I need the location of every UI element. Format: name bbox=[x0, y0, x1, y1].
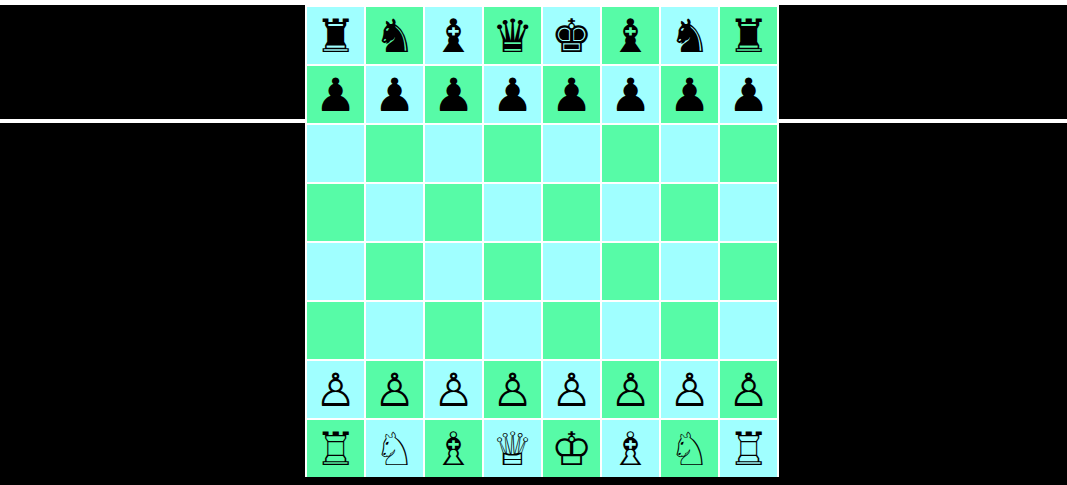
square-b8[interactable]: ♞ bbox=[366, 7, 423, 64]
square-c2[interactable]: ♙ bbox=[425, 361, 482, 418]
square-f7[interactable]: ♟ bbox=[602, 66, 659, 123]
page-background: ♜ ♞ ♝ ♛ ♚ ♝ ♞ ♜ ♟ ♟ ♟ ♟ ♟ ♟ ♟ ♟ bbox=[0, 0, 1067, 485]
square-d2[interactable]: ♙ bbox=[484, 361, 541, 418]
square-a1[interactable]: ♖ bbox=[307, 420, 364, 477]
square-c6[interactable] bbox=[425, 125, 482, 182]
square-a5[interactable] bbox=[307, 184, 364, 241]
square-g5[interactable] bbox=[661, 184, 718, 241]
square-g1[interactable]: ♘ bbox=[661, 420, 718, 477]
square-e4[interactable] bbox=[543, 243, 600, 300]
square-h4[interactable] bbox=[720, 243, 777, 300]
square-c7[interactable]: ♟ bbox=[425, 66, 482, 123]
square-e1[interactable]: ♔ bbox=[543, 420, 600, 477]
square-b4[interactable] bbox=[366, 243, 423, 300]
square-g2[interactable]: ♙ bbox=[661, 361, 718, 418]
square-h7[interactable]: ♟ bbox=[720, 66, 777, 123]
square-g8[interactable]: ♞ bbox=[661, 7, 718, 64]
square-a7[interactable]: ♟ bbox=[307, 66, 364, 123]
square-d7[interactable]: ♟ bbox=[484, 66, 541, 123]
left-divider-line bbox=[0, 119, 305, 123]
square-c5[interactable] bbox=[425, 184, 482, 241]
square-h2[interactable]: ♙ bbox=[720, 361, 777, 418]
square-a2[interactable]: ♙ bbox=[307, 361, 364, 418]
chess-board: ♜ ♞ ♝ ♛ ♚ ♝ ♞ ♜ ♟ ♟ ♟ ♟ ♟ ♟ ♟ ♟ bbox=[305, 5, 779, 477]
right-divider-line bbox=[779, 119, 1067, 123]
square-c4[interactable] bbox=[425, 243, 482, 300]
square-d4[interactable] bbox=[484, 243, 541, 300]
square-e3[interactable] bbox=[543, 302, 600, 359]
square-d8[interactable]: ♛ bbox=[484, 7, 541, 64]
square-a3[interactable] bbox=[307, 302, 364, 359]
square-d1[interactable]: ♕ bbox=[484, 420, 541, 477]
square-b2[interactable]: ♙ bbox=[366, 361, 423, 418]
square-d3[interactable] bbox=[484, 302, 541, 359]
square-e2[interactable]: ♙ bbox=[543, 361, 600, 418]
square-f1[interactable]: ♗ bbox=[602, 420, 659, 477]
square-e5[interactable] bbox=[543, 184, 600, 241]
square-g4[interactable] bbox=[661, 243, 718, 300]
square-f8[interactable]: ♝ bbox=[602, 7, 659, 64]
square-h6[interactable] bbox=[720, 125, 777, 182]
square-h3[interactable] bbox=[720, 302, 777, 359]
square-a6[interactable] bbox=[307, 125, 364, 182]
square-c3[interactable] bbox=[425, 302, 482, 359]
square-f5[interactable] bbox=[602, 184, 659, 241]
square-h1[interactable]: ♖ bbox=[720, 420, 777, 477]
square-f4[interactable] bbox=[602, 243, 659, 300]
square-f2[interactable]: ♙ bbox=[602, 361, 659, 418]
square-a8[interactable]: ♜ bbox=[307, 7, 364, 64]
square-c8[interactable]: ♝ bbox=[425, 7, 482, 64]
square-h5[interactable] bbox=[720, 184, 777, 241]
square-f6[interactable] bbox=[602, 125, 659, 182]
square-c1[interactable]: ♗ bbox=[425, 420, 482, 477]
square-a4[interactable] bbox=[307, 243, 364, 300]
square-b6[interactable] bbox=[366, 125, 423, 182]
square-d6[interactable] bbox=[484, 125, 541, 182]
square-g6[interactable] bbox=[661, 125, 718, 182]
square-g3[interactable] bbox=[661, 302, 718, 359]
square-b5[interactable] bbox=[366, 184, 423, 241]
square-f3[interactable] bbox=[602, 302, 659, 359]
square-h8[interactable]: ♜ bbox=[720, 7, 777, 64]
square-e6[interactable] bbox=[543, 125, 600, 182]
square-e8[interactable]: ♚ bbox=[543, 7, 600, 64]
square-g7[interactable]: ♟ bbox=[661, 66, 718, 123]
square-b1[interactable]: ♘ bbox=[366, 420, 423, 477]
square-b3[interactable] bbox=[366, 302, 423, 359]
square-d5[interactable] bbox=[484, 184, 541, 241]
square-b7[interactable]: ♟ bbox=[366, 66, 423, 123]
square-e7[interactable]: ♟ bbox=[543, 66, 600, 123]
